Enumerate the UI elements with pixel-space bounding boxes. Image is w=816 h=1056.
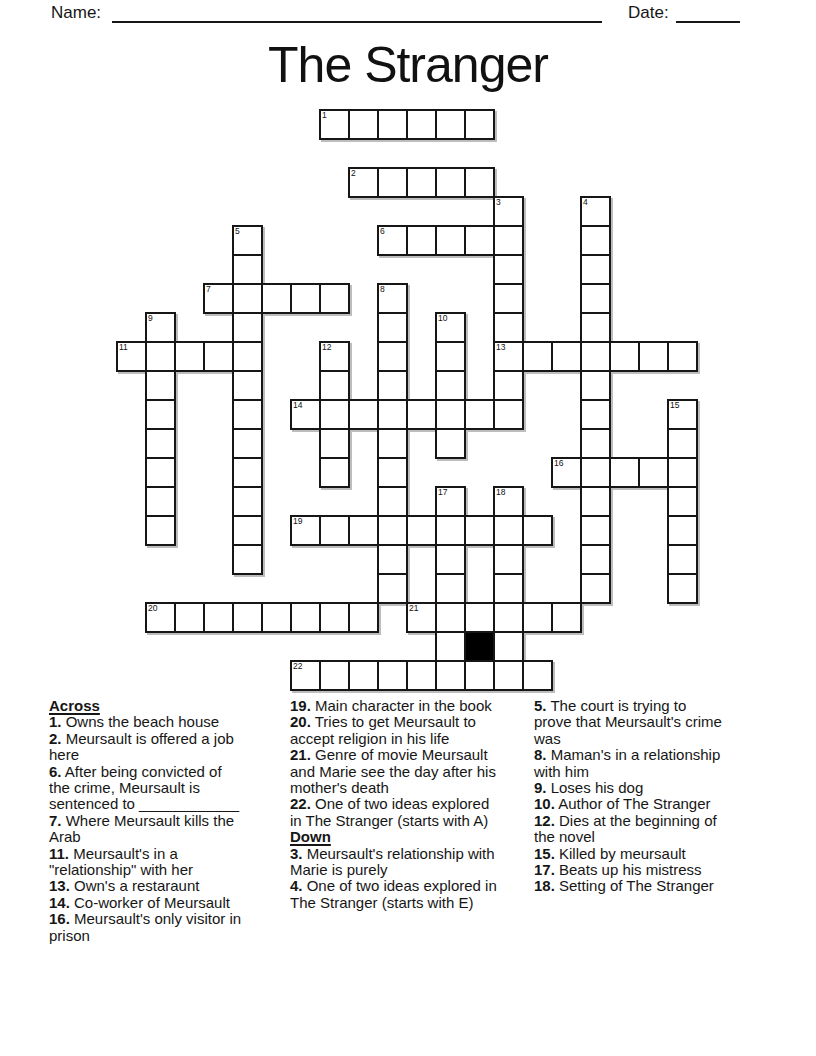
clue-number-label: 21. bbox=[290, 746, 311, 763]
grid-cell[interactable] bbox=[435, 399, 466, 430]
clue-number: 3 bbox=[496, 198, 501, 207]
grid-cell[interactable] bbox=[522, 515, 553, 546]
grid-cell[interactable] bbox=[232, 370, 263, 401]
clue-number: 19 bbox=[293, 517, 302, 526]
grid-cell[interactable] bbox=[493, 225, 524, 256]
grid-cell[interactable] bbox=[232, 399, 263, 430]
grid-cell[interactable] bbox=[145, 399, 176, 430]
grid-cell[interactable]: 12 bbox=[319, 341, 350, 372]
grid-cell[interactable] bbox=[580, 573, 611, 604]
grid-cell[interactable] bbox=[435, 631, 466, 662]
clue-number-label: 20. bbox=[290, 713, 311, 730]
grid-cell[interactable]: 1 bbox=[319, 109, 350, 140]
clue-number: 4 bbox=[583, 198, 588, 207]
clue-number: 6 bbox=[380, 227, 385, 236]
clue-down-15: 15. Killed by meursault bbox=[534, 846, 726, 862]
grid-cell[interactable] bbox=[580, 515, 611, 546]
grid-cell[interactable] bbox=[493, 602, 524, 633]
grid-cell[interactable] bbox=[464, 399, 495, 430]
grid-cell[interactable] bbox=[406, 660, 437, 691]
grid-cell[interactable] bbox=[464, 167, 495, 198]
grid-cell[interactable] bbox=[203, 602, 234, 633]
grid-cell[interactable] bbox=[522, 660, 553, 691]
clue-number-label: 13. bbox=[49, 877, 70, 894]
grid-cell[interactable] bbox=[261, 283, 292, 314]
grid-cell[interactable] bbox=[406, 225, 437, 256]
clue-number-label: 8. bbox=[534, 746, 547, 763]
grid-cell[interactable] bbox=[551, 602, 582, 633]
grid-cell[interactable] bbox=[609, 457, 640, 488]
clue-number: 2 bbox=[351, 169, 356, 178]
name-blank-line bbox=[112, 2, 602, 23]
grid-cell[interactable] bbox=[406, 399, 437, 430]
grid-cell[interactable]: 11 bbox=[116, 341, 147, 372]
grid-cell[interactable] bbox=[145, 457, 176, 488]
clue-across-11: 11. Meursault's in a "relationship" with… bbox=[49, 846, 245, 879]
grid-cell[interactable] bbox=[580, 312, 611, 343]
clue-down-12: 12. Dies at the beginning of the novel bbox=[534, 813, 726, 846]
grid-cell[interactable] bbox=[667, 457, 698, 488]
grid-cell[interactable] bbox=[667, 428, 698, 459]
clue-number-label: 14. bbox=[49, 894, 70, 911]
clue-number-label: 19. bbox=[290, 697, 311, 714]
grid-cell[interactable] bbox=[580, 370, 611, 401]
clue-column-3: 5. The court is trying to prove that Meu… bbox=[534, 698, 726, 895]
grid-cell[interactable] bbox=[232, 341, 263, 372]
grid-cell[interactable] bbox=[667, 515, 698, 546]
grid-cell[interactable] bbox=[406, 515, 437, 546]
grid-cell[interactable] bbox=[377, 312, 408, 343]
grid-cell[interactable] bbox=[435, 341, 466, 372]
grid-cell[interactable] bbox=[406, 109, 437, 140]
clue-number-label: 1. bbox=[49, 713, 62, 730]
grid-cell[interactable] bbox=[319, 399, 350, 430]
grid-cell[interactable] bbox=[464, 660, 495, 691]
grid-cell[interactable] bbox=[145, 428, 176, 459]
grid-cell[interactable]: 6 bbox=[377, 225, 408, 256]
grid-cell[interactable] bbox=[580, 254, 611, 285]
clue-across-2: 2. Meursault is offered a job here bbox=[49, 731, 245, 764]
clue-number: 5 bbox=[235, 227, 240, 236]
clue-down-4: 4. One of two ideas explored in The Stra… bbox=[290, 878, 500, 911]
grid-cell[interactable] bbox=[493, 283, 524, 314]
grid-cell[interactable] bbox=[348, 109, 379, 140]
grid-cell[interactable] bbox=[493, 370, 524, 401]
grid-cell[interactable] bbox=[493, 515, 524, 546]
grid-cell[interactable] bbox=[464, 109, 495, 140]
clue-number: 7 bbox=[206, 285, 211, 294]
grid-cell[interactable]: 8 bbox=[377, 283, 408, 314]
clue-number-label: 18. bbox=[534, 877, 555, 894]
grid-cell[interactable] bbox=[493, 399, 524, 430]
clue-number: 11 bbox=[119, 343, 128, 352]
clue-number: 8 bbox=[380, 285, 385, 294]
grid-cell[interactable] bbox=[232, 428, 263, 459]
grid-cell[interactable]: 3 bbox=[493, 196, 524, 227]
grid-cell[interactable] bbox=[435, 573, 466, 604]
grid-cell[interactable] bbox=[377, 109, 408, 140]
grid-cell[interactable] bbox=[377, 486, 408, 517]
grid-cell[interactable]: 10 bbox=[435, 312, 466, 343]
grid-cell[interactable] bbox=[290, 602, 321, 633]
clue-number: 10 bbox=[438, 314, 447, 323]
grid-cell[interactable] bbox=[232, 283, 263, 314]
grid-cell[interactable] bbox=[493, 660, 524, 691]
grid-cell[interactable] bbox=[493, 544, 524, 575]
grid-cell[interactable] bbox=[435, 602, 466, 633]
grid-cell[interactable] bbox=[435, 370, 466, 401]
clue-down-18: 18. Setting of The Stranger bbox=[534, 878, 726, 894]
grid-cell[interactable]: 5 bbox=[232, 225, 263, 256]
grid-cell[interactable] bbox=[667, 341, 698, 372]
grid-cell[interactable] bbox=[174, 341, 205, 372]
grid-cell[interactable] bbox=[464, 515, 495, 546]
grid-cell[interactable] bbox=[580, 457, 611, 488]
clue-across-1: 1. Owns the beach house bbox=[49, 714, 245, 730]
clue-number-label: 4. bbox=[290, 877, 303, 894]
grid-cell[interactable] bbox=[609, 341, 640, 372]
clue-across-22: 22. One of two ideas explored in The Str… bbox=[290, 796, 500, 829]
grid-cell[interactable] bbox=[377, 341, 408, 372]
clue-number: 21 bbox=[409, 604, 418, 613]
name-label: Name: bbox=[51, 3, 101, 23]
clue-column-2: 19. Main character in the book20. Tries … bbox=[290, 698, 500, 911]
grid-cell[interactable] bbox=[580, 283, 611, 314]
clue-number-label: 9. bbox=[534, 779, 547, 796]
grid-cell[interactable] bbox=[145, 486, 176, 517]
grid-cell[interactable] bbox=[580, 544, 611, 575]
grid-cell[interactable]: 22 bbox=[290, 660, 321, 691]
grid-cell[interactable] bbox=[232, 544, 263, 575]
clue-number-label: 7. bbox=[49, 812, 62, 829]
grid-cell[interactable] bbox=[377, 167, 408, 198]
clue-across-19: 19. Main character in the book bbox=[290, 698, 500, 714]
clue-down-5: 5. The court is trying to prove that Meu… bbox=[534, 698, 726, 747]
grid-cell[interactable] bbox=[435, 428, 466, 459]
clue-number-label: 5. bbox=[534, 697, 547, 714]
grid-cell[interactable] bbox=[580, 225, 611, 256]
clue-number: 1 bbox=[322, 111, 327, 120]
clue-number: 16 bbox=[554, 459, 563, 468]
grid-cell[interactable] bbox=[667, 573, 698, 604]
grid-cell[interactable] bbox=[348, 602, 379, 633]
clue-number: 14 bbox=[293, 401, 302, 410]
clue-across-16: 16. Meursault's only visitor in prison bbox=[49, 911, 245, 944]
clue-across-13: 13. Own's a restaraunt bbox=[49, 878, 245, 894]
grid-cell[interactable] bbox=[203, 341, 234, 372]
grid-cell[interactable] bbox=[145, 341, 176, 372]
grid-cell[interactable] bbox=[377, 370, 408, 401]
grid-cell[interactable]: 16 bbox=[551, 457, 582, 488]
grid-cell[interactable] bbox=[319, 457, 350, 488]
grid-cell[interactable] bbox=[232, 312, 263, 343]
grid-cell[interactable] bbox=[319, 660, 350, 691]
clue-down-17: 17. Beats up his mistress bbox=[534, 862, 726, 878]
grid-cell[interactable] bbox=[319, 428, 350, 459]
grid-cell[interactable] bbox=[348, 660, 379, 691]
clue-number-label: 6. bbox=[49, 763, 62, 780]
grid-cell[interactable] bbox=[522, 341, 553, 372]
grid-cell[interactable] bbox=[435, 109, 466, 140]
grid-cell[interactable] bbox=[232, 515, 263, 546]
grid-cell[interactable] bbox=[551, 341, 582, 372]
grid-cell[interactable] bbox=[261, 602, 292, 633]
grid-cell[interactable] bbox=[580, 341, 611, 372]
clue-across-14: 14. Co-worker of Meursault bbox=[49, 895, 245, 911]
grid-cell[interactable]: 9 bbox=[145, 312, 176, 343]
grid-cell[interactable] bbox=[319, 602, 350, 633]
grid-cell[interactable] bbox=[580, 428, 611, 459]
grid-cell[interactable]: 15 bbox=[667, 399, 698, 430]
clue-across-7: 7. Where Meursault kills the Arab bbox=[49, 813, 245, 846]
clue-number: 12 bbox=[322, 343, 331, 352]
grid-cell[interactable] bbox=[435, 660, 466, 691]
grid-cell[interactable]: 20 bbox=[145, 602, 176, 633]
clue-down-10: 10. Author of The Stranger bbox=[534, 796, 726, 812]
crossword-page: Name: Date: The Stranger 123456789101112… bbox=[0, 0, 816, 1056]
clue-down-9: 9. Loses his dog bbox=[534, 780, 726, 796]
grid-cell[interactable] bbox=[319, 515, 350, 546]
grid-cell[interactable] bbox=[580, 399, 611, 430]
page-title: The Stranger bbox=[0, 36, 816, 94]
clue-across-6: 6. After being convicted of the crime, M… bbox=[49, 764, 245, 813]
black-cell bbox=[464, 631, 495, 662]
clue-number-label: 16. bbox=[49, 910, 70, 927]
grid-cell[interactable] bbox=[493, 254, 524, 285]
grid-cell[interactable] bbox=[377, 457, 408, 488]
clue-number-label: 22. bbox=[290, 795, 311, 812]
grid-cell[interactable]: 19 bbox=[290, 515, 321, 546]
grid-cell[interactable]: 2 bbox=[348, 167, 379, 198]
clue-number: 17 bbox=[438, 488, 447, 497]
clue-number: 15 bbox=[670, 401, 679, 410]
grid-cell[interactable]: 18 bbox=[493, 486, 524, 517]
grid-cell[interactable]: 7 bbox=[203, 283, 234, 314]
clue-number-label: 3. bbox=[290, 845, 303, 862]
grid-cell[interactable] bbox=[377, 660, 408, 691]
clue-number: 13 bbox=[496, 343, 505, 352]
across-header: Across bbox=[49, 698, 245, 714]
clue-number-label: 15. bbox=[534, 845, 555, 862]
grid-cell[interactable]: 14 bbox=[290, 399, 321, 430]
grid-cell[interactable] bbox=[348, 515, 379, 546]
clue-column-1: Across1. Owns the beach house2. Meursaul… bbox=[49, 698, 245, 944]
grid-cell[interactable] bbox=[348, 399, 379, 430]
grid-cell[interactable] bbox=[522, 602, 553, 633]
grid-cell[interactable]: 17 bbox=[435, 486, 466, 517]
grid-cell[interactable] bbox=[435, 544, 466, 575]
grid-cell[interactable] bbox=[232, 254, 263, 285]
grid-cell[interactable] bbox=[232, 457, 263, 488]
clue-number-label: 10. bbox=[534, 795, 555, 812]
grid-cell[interactable] bbox=[377, 515, 408, 546]
clue-down-3: 3. Meursault's relationship with Marie i… bbox=[290, 846, 500, 879]
grid-cell[interactable] bbox=[493, 573, 524, 604]
grid-cell[interactable] bbox=[493, 312, 524, 343]
clue-number: 18 bbox=[496, 488, 505, 497]
grid-cell[interactable] bbox=[667, 486, 698, 517]
clue-number: 22 bbox=[293, 662, 302, 671]
grid-cell[interactable] bbox=[464, 225, 495, 256]
grid-cell[interactable]: 4 bbox=[580, 196, 611, 227]
clue-down-8: 8. Maman's in a relationship with him bbox=[534, 747, 726, 780]
clue-number-label: 11. bbox=[49, 845, 69, 862]
grid-cell[interactable] bbox=[464, 602, 495, 633]
grid-cell[interactable] bbox=[667, 544, 698, 575]
grid-cell[interactable] bbox=[638, 341, 669, 372]
grid-cell[interactable] bbox=[232, 486, 263, 517]
date-blank-line bbox=[676, 2, 740, 23]
grid-cell[interactable] bbox=[406, 167, 437, 198]
grid-cell[interactable] bbox=[435, 515, 466, 546]
grid-cell[interactable] bbox=[232, 602, 263, 633]
down-header: Down bbox=[290, 829, 500, 845]
grid-cell[interactable] bbox=[580, 486, 611, 517]
date-label: Date: bbox=[628, 3, 669, 23]
grid-cell[interactable] bbox=[638, 457, 669, 488]
grid-cell[interactable] bbox=[174, 602, 205, 633]
clue-number: 9 bbox=[148, 314, 153, 323]
grid-cell[interactable] bbox=[377, 399, 408, 430]
grid-cell[interactable] bbox=[319, 370, 350, 401]
grid-cell[interactable] bbox=[493, 631, 524, 662]
clue-number-label: 12. bbox=[534, 812, 555, 829]
grid-cell[interactable] bbox=[435, 225, 466, 256]
grid-cell[interactable] bbox=[377, 428, 408, 459]
clue-across-20: 20. Tries to get Meursault to accept rel… bbox=[290, 714, 500, 747]
clue-across-21: 21. Genre of movie Meursault and Marie s… bbox=[290, 747, 500, 796]
grid-cell[interactable] bbox=[290, 283, 321, 314]
grid-cell[interactable] bbox=[145, 515, 176, 546]
crossword-grid: 12345678910111213141516171819202122 bbox=[117, 110, 699, 692]
grid-cell[interactable]: 21 bbox=[406, 602, 437, 633]
grid-cell[interactable] bbox=[377, 544, 408, 575]
grid-cell[interactable] bbox=[377, 573, 408, 604]
grid-cell[interactable]: 13 bbox=[493, 341, 524, 372]
grid-cell[interactable] bbox=[435, 167, 466, 198]
clue-number: 20 bbox=[148, 604, 157, 613]
grid-cell[interactable] bbox=[319, 283, 350, 314]
clue-number-label: 2. bbox=[49, 730, 62, 747]
grid-cell[interactable] bbox=[145, 370, 176, 401]
clue-number-label: 17. bbox=[534, 861, 555, 878]
